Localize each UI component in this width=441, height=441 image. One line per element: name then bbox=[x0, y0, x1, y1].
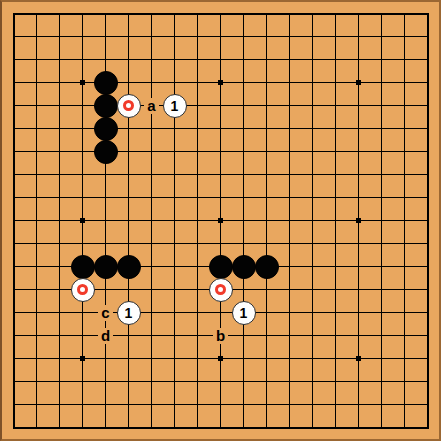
point-E15 bbox=[94, 94, 117, 117]
point-label-d: d bbox=[98, 328, 113, 344]
go-board: 111abcd bbox=[0, 0, 441, 441]
black-stone bbox=[255, 255, 279, 279]
black-stone bbox=[94, 140, 118, 164]
move-number: 1 bbox=[125, 305, 133, 319]
black-stone bbox=[94, 71, 118, 95]
point-M8 bbox=[255, 255, 278, 278]
circle-marker-icon bbox=[123, 100, 134, 111]
point-F8 bbox=[117, 255, 140, 278]
circle-marker-icon bbox=[77, 284, 88, 295]
points-layer: 111abcd bbox=[2, 2, 439, 439]
white-stone: 1 bbox=[163, 94, 187, 118]
black-stone bbox=[209, 255, 233, 279]
white-stone-circled bbox=[117, 94, 141, 118]
circle-marker-icon bbox=[215, 284, 226, 295]
point-E13 bbox=[94, 140, 117, 163]
point-F15 bbox=[117, 94, 140, 117]
point-K8 bbox=[209, 255, 232, 278]
point-E8 bbox=[94, 255, 117, 278]
white-stone: 1 bbox=[232, 301, 256, 325]
point-label-a: a bbox=[144, 98, 159, 114]
point-E16 bbox=[94, 71, 117, 94]
white-stone-circled bbox=[71, 278, 95, 302]
label-point-K5: b bbox=[209, 324, 232, 347]
move-number: 1 bbox=[171, 98, 179, 112]
point-L6: 1 bbox=[232, 301, 255, 324]
black-stone bbox=[94, 94, 118, 118]
point-label-c: c bbox=[98, 305, 113, 321]
point-E14 bbox=[94, 117, 117, 140]
point-K7 bbox=[209, 278, 232, 301]
black-stone bbox=[94, 117, 118, 141]
point-H15: 1 bbox=[163, 94, 186, 117]
white-stone: 1 bbox=[117, 301, 141, 325]
black-stone bbox=[94, 255, 118, 279]
point-L8 bbox=[232, 255, 255, 278]
black-stone bbox=[117, 255, 141, 279]
label-point-E6: c bbox=[94, 301, 117, 324]
point-D7 bbox=[71, 278, 94, 301]
black-stone bbox=[71, 255, 95, 279]
move-number: 1 bbox=[240, 305, 248, 319]
label-point-E5: d bbox=[94, 324, 117, 347]
point-D8 bbox=[71, 255, 94, 278]
label-point-G15: a bbox=[140, 94, 163, 117]
point-F6: 1 bbox=[117, 301, 140, 324]
white-stone-circled bbox=[209, 278, 233, 302]
black-stone bbox=[232, 255, 256, 279]
point-label-b: b bbox=[213, 328, 228, 344]
